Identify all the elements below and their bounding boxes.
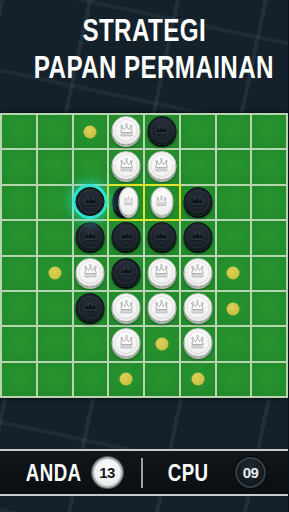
board-cell-d8[interactable]	[109, 363, 143, 396]
black-piece	[183, 187, 212, 216]
board-cell-b4[interactable]	[38, 221, 72, 254]
app-title: STRATEGI PAPAN PERMAINAN	[0, 12, 288, 86]
player-score-badge: 13	[92, 457, 123, 488]
white-piece	[147, 258, 176, 287]
white-piece	[147, 293, 176, 322]
board-cell-h2[interactable]	[252, 150, 286, 183]
board-cell-d1[interactable]	[109, 115, 143, 148]
white-piece	[183, 258, 212, 287]
board-cell-e7[interactable]	[145, 327, 179, 360]
black-piece	[112, 258, 141, 287]
board-cell-b8[interactable]	[38, 363, 72, 396]
board-cell-h6[interactable]	[252, 292, 286, 325]
white-piece	[112, 328, 141, 357]
board-cell-a8[interactable]	[2, 363, 36, 396]
board-cell-e2[interactable]	[145, 150, 179, 183]
board-cell-b5[interactable]	[38, 257, 72, 290]
board-cell-e1[interactable]	[145, 115, 179, 148]
flip-front-face	[119, 187, 139, 216]
board-cell-d3[interactable]	[109, 186, 143, 219]
cpu-section: CPU 09	[143, 451, 289, 494]
board-cell-a1[interactable]	[2, 115, 36, 148]
board-cell-d6[interactable]	[109, 292, 143, 325]
cpu-score: 09	[243, 464, 259, 481]
board-cell-d5[interactable]	[109, 257, 143, 290]
board-cell-g2[interactable]	[217, 150, 251, 183]
black-piece	[76, 222, 105, 251]
board-cell-c7[interactable]	[74, 327, 108, 360]
board-cell-f6[interactable]	[181, 292, 215, 325]
board-cell-c6[interactable]	[74, 292, 108, 325]
flipping-piece	[147, 187, 176, 216]
app-screen: STRATEGI PAPAN PERMAINAN ANDA 13 CPU 09	[0, 0, 288, 512]
board-cell-c4[interactable]	[74, 221, 108, 254]
board-cell-e5[interactable]	[145, 257, 179, 290]
board-cell-d2[interactable]	[109, 150, 143, 183]
title-line-1: STRATEGI	[0, 12, 288, 49]
black-piece	[147, 116, 176, 145]
board-cell-h1[interactable]	[252, 115, 286, 148]
board-cell-b7[interactable]	[38, 327, 72, 360]
white-piece	[112, 293, 141, 322]
legal-move-dot	[48, 267, 61, 280]
white-piece	[112, 116, 141, 145]
white-piece	[147, 151, 176, 180]
board-cell-g7[interactable]	[217, 327, 251, 360]
white-piece	[183, 328, 212, 357]
board-cell-h7[interactable]	[252, 327, 286, 360]
board-cell-g4[interactable]	[217, 221, 251, 254]
board-cell-g1[interactable]	[217, 115, 251, 148]
white-piece	[112, 151, 141, 180]
board-cell-f3[interactable]	[181, 186, 215, 219]
white-piece	[183, 293, 212, 322]
board-cell-e4[interactable]	[145, 221, 179, 254]
black-piece	[76, 187, 105, 216]
board-cell-c8[interactable]	[74, 363, 108, 396]
cpu-score-badge: 09	[235, 457, 266, 488]
player-score: 13	[99, 464, 115, 481]
board-cell-f4[interactable]	[181, 221, 215, 254]
board-cell-h3[interactable]	[252, 186, 286, 219]
title-line-2: PAPAN PERMAINAN	[0, 49, 288, 86]
black-piece	[112, 222, 141, 251]
board-cell-f1[interactable]	[181, 115, 215, 148]
board-cell-c5[interactable]	[74, 257, 108, 290]
board-cell-f5[interactable]	[181, 257, 215, 290]
board-cell-h8[interactable]	[252, 363, 286, 396]
board-cell-a3[interactable]	[2, 186, 36, 219]
legal-move-dot	[120, 373, 133, 386]
board-cell-c2[interactable]	[74, 150, 108, 183]
board-cell-c1[interactable]	[74, 115, 108, 148]
black-piece	[76, 293, 105, 322]
board-cell-g6[interactable]	[217, 292, 251, 325]
flip-front-face	[150, 187, 173, 216]
board-cell-a2[interactable]	[2, 150, 36, 183]
legal-move-dot	[84, 125, 97, 138]
game-board	[0, 113, 288, 398]
black-piece	[147, 222, 176, 251]
board-cell-b1[interactable]	[38, 115, 72, 148]
cpu-label: CPU	[162, 459, 214, 487]
board-cell-g5[interactable]	[217, 257, 251, 290]
board-cell-e6[interactable]	[145, 292, 179, 325]
board-cell-f8[interactable]	[181, 363, 215, 396]
score-bar: ANDA 13 CPU 09	[0, 449, 288, 496]
board-cell-g3[interactable]	[217, 186, 251, 219]
legal-move-dot	[227, 267, 240, 280]
board-cell-f2[interactable]	[181, 150, 215, 183]
board-cell-b6[interactable]	[38, 292, 72, 325]
legal-move-dot	[191, 373, 204, 386]
board-cell-d7[interactable]	[109, 327, 143, 360]
board-cell-h4[interactable]	[252, 221, 286, 254]
board-cell-c3[interactable]	[74, 186, 108, 219]
board-cell-h5[interactable]	[252, 257, 286, 290]
white-piece	[76, 258, 105, 287]
board-cell-a5[interactable]	[2, 257, 36, 290]
board-cell-e3[interactable]	[145, 186, 179, 219]
legal-move-dot	[227, 302, 240, 315]
player-section: ANDA 13	[0, 451, 141, 494]
board-cell-b2[interactable]	[38, 150, 72, 183]
board-cell-a6[interactable]	[2, 292, 36, 325]
flipping-piece	[112, 187, 141, 216]
player-label: ANDA	[18, 459, 89, 487]
board-cell-d4[interactable]	[109, 221, 143, 254]
board-cell-a4[interactable]	[2, 221, 36, 254]
board-cell-f7[interactable]	[181, 327, 215, 360]
board-cell-a7[interactable]	[2, 327, 36, 360]
legal-move-dot	[155, 337, 168, 350]
board-cell-e8[interactable]	[145, 363, 179, 396]
board-cell-g8[interactable]	[217, 363, 251, 396]
board-cell-b3[interactable]	[38, 186, 72, 219]
black-piece	[183, 222, 212, 251]
